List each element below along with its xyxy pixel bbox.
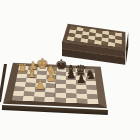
board-square xyxy=(66,98,77,103)
board-square xyxy=(55,97,66,102)
box-lid-square xyxy=(115,43,122,48)
board-square xyxy=(44,97,55,102)
open-chess-board xyxy=(3,63,107,108)
board-square xyxy=(23,96,34,101)
board-square xyxy=(33,96,44,101)
chess-set-product-photo: ♟♚♜♞♝♟♟♚♝♛♟♞♟ xyxy=(0,0,140,140)
board-grid xyxy=(12,66,99,104)
board-square xyxy=(87,99,98,104)
board-square xyxy=(77,98,88,103)
